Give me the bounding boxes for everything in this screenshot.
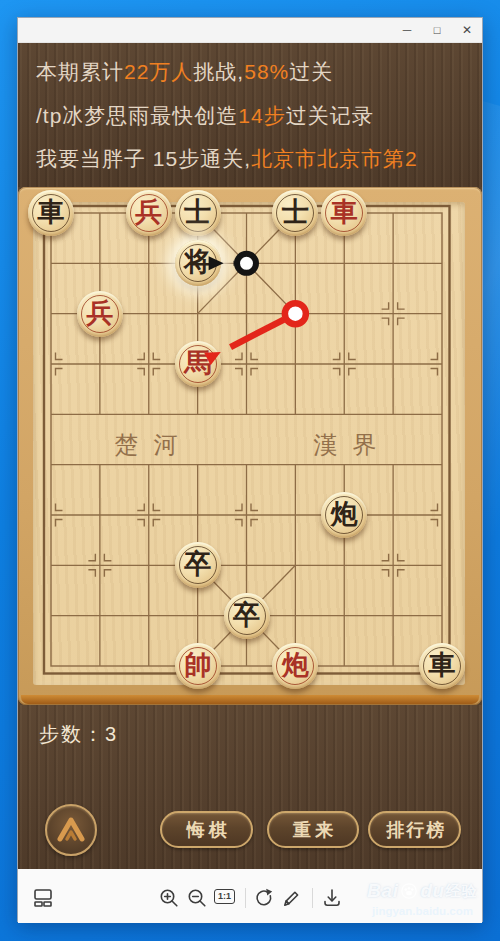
header-text-segment: /tp冰梦思雨最快创造 — [36, 104, 238, 127]
header-text-segment: 我要当胖子 15步通关, — [36, 147, 251, 170]
step-counter-value: 3 — [105, 723, 118, 745]
header-text-segment: 14步 — [238, 104, 285, 127]
move-arrows-overlay — [18, 187, 484, 705]
header-line: 本期累计22万人挑战,58%过关 — [36, 50, 482, 94]
collapse-up-button[interactable] — [45, 804, 97, 856]
baidu-paw-icon — [400, 882, 418, 900]
game-footer: 步数：3 悔棋 重来 排行榜 — [18, 705, 482, 869]
header-text-segment: 58% — [244, 60, 289, 83]
step-counter-label: 步数： — [39, 723, 105, 745]
viewer-toolbar: 1:1 — [18, 869, 482, 923]
baidu-wordmark-left: Bai — [367, 880, 398, 902]
photo-viewer-window: ─ □ ✕ 本期累计22万人挑战,58%过关/tp冰梦思雨最快创造14步过关记录… — [17, 17, 483, 922]
header-text-segment: 北京市北京市第2 — [251, 147, 418, 170]
zoom-out-icon[interactable] — [183, 884, 211, 912]
header-line: /tp冰梦思雨最快创造14步过关记录 — [36, 94, 482, 138]
header-text-segment: 过关记录 — [286, 104, 374, 127]
baidu-suffix: 经验 — [446, 882, 478, 901]
download-icon[interactable] — [318, 884, 346, 912]
header-text-segment: 过关 — [289, 60, 333, 83]
edit-pencil-icon[interactable] — [278, 884, 306, 912]
chevron-up-icon — [54, 813, 88, 847]
header-text-segment: 挑战, — [193, 60, 244, 83]
game-screenshot: 本期累计22万人挑战,58%过关/tp冰梦思雨最快创造14步过关记录我要当胖子 … — [18, 43, 482, 869]
baidu-watermark: Bai du 经验 jingyan.baidu.com — [365, 880, 480, 917]
minimize-button[interactable]: ─ — [392, 18, 422, 43]
toolbar-separator — [312, 888, 313, 908]
window-titlebar: ─ □ ✕ — [18, 18, 482, 43]
undo-move-button[interactable]: 悔棋 — [160, 811, 253, 848]
thumbnails-icon[interactable] — [29, 884, 57, 912]
challenge-info-panel: 本期累计22万人挑战,58%过关/tp冰梦思雨最快创造14步过关记录我要当胖子 … — [18, 43, 482, 187]
leaderboard-button[interactable]: 排行榜 — [368, 811, 461, 848]
zoom-in-icon[interactable] — [155, 884, 183, 912]
baidu-wordmark-right: du — [420, 880, 444, 902]
desktop-background: ─ □ ✕ 本期累计22万人挑战,58%过关/tp冰梦思雨最快创造14步过关记录… — [0, 0, 500, 941]
header-text-segment: 22万人 — [124, 60, 193, 83]
baidu-logo: Bai du 经验 — [365, 880, 480, 902]
actual-size-icon[interactable]: 1:1 — [214, 889, 235, 904]
toolbar-separator — [245, 888, 246, 908]
close-button[interactable]: ✕ — [452, 18, 482, 43]
rotate-icon[interactable] — [250, 884, 278, 912]
header-text-segment: 本期累计 — [36, 60, 124, 83]
maximize-button[interactable]: □ — [422, 18, 452, 43]
restart-button[interactable]: 重来 — [267, 811, 359, 848]
step-counter: 步数：3 — [39, 721, 118, 748]
header-line: 我要当胖子 15步通关,北京市北京市第2 — [36, 137, 482, 181]
xiangqi-board: 楚河 漢界 車兵士士車将兵馬炮卒卒帥炮車 — [18, 187, 482, 705]
baidu-url: jingyan.baidu.com — [365, 905, 480, 917]
